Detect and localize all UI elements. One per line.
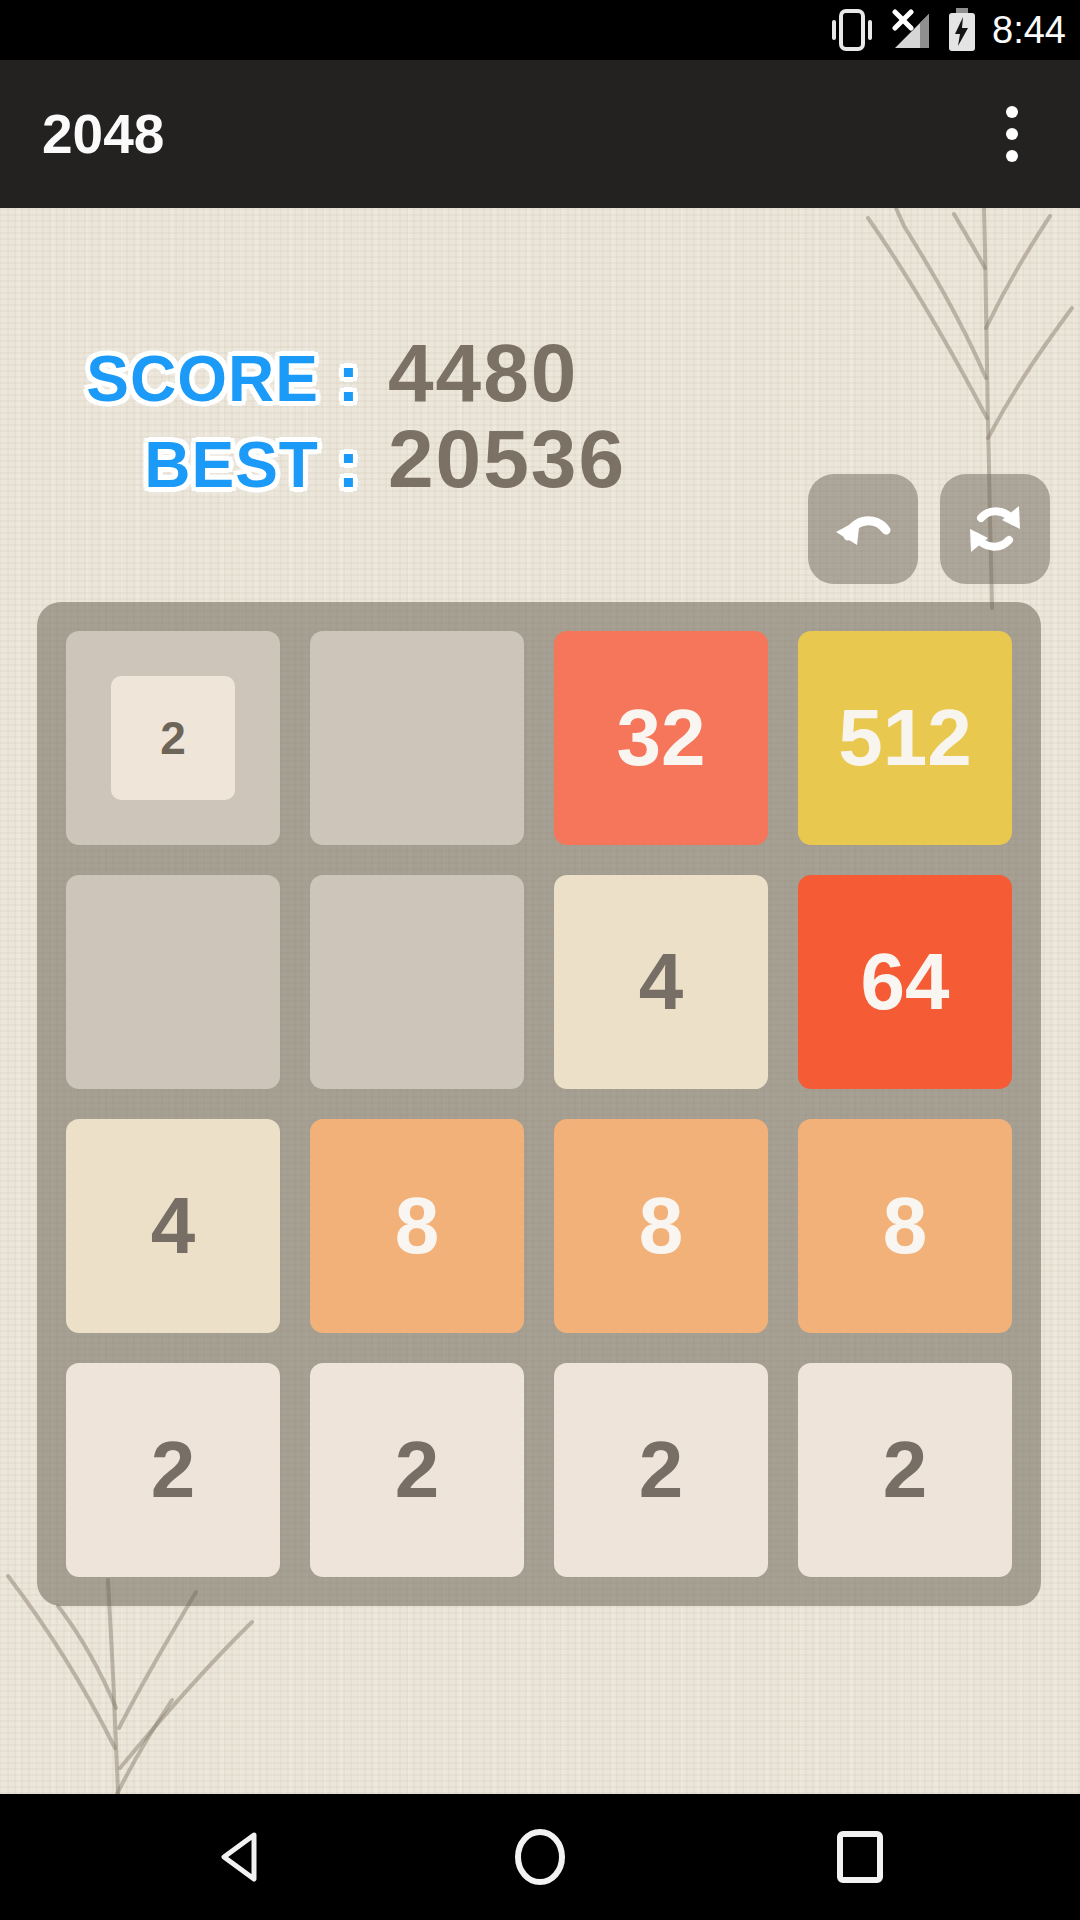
cell-r1c2-empty xyxy=(310,631,524,845)
home-button[interactable] xyxy=(460,1794,620,1920)
best-row: BEST : 20536 xyxy=(40,412,626,498)
phone-screen: 8:44 2048 SCORE : 4480 xyxy=(0,0,1080,1920)
score-row: SCORE : 4480 xyxy=(40,326,626,412)
tile-r3c3: 8 xyxy=(554,1119,768,1333)
undo-button[interactable] xyxy=(808,474,918,584)
score-label: SCORE : xyxy=(40,342,360,416)
battery-charging-icon xyxy=(948,8,976,52)
best-value: 20536 xyxy=(388,412,626,506)
back-icon xyxy=(214,1829,266,1885)
tile-r2c4: 64 xyxy=(798,875,1012,1089)
tile-r4c1: 2 xyxy=(66,1363,280,1577)
restart-button[interactable] xyxy=(940,474,1050,584)
recents-button[interactable] xyxy=(780,1794,940,1920)
app-bar: 2048 xyxy=(0,60,1080,208)
tile-r4c4: 2 xyxy=(798,1363,1012,1577)
tile-r1c1-new: 2 xyxy=(66,631,280,845)
scoreboard: SCORE : 4480 BEST : 20536 xyxy=(40,326,626,498)
no-signal-icon xyxy=(890,9,932,51)
restart-icon xyxy=(962,496,1028,562)
home-icon xyxy=(512,1829,568,1885)
tile-r3c2: 8 xyxy=(310,1119,524,1333)
tile-r2c3: 4 xyxy=(554,875,768,1089)
tile-r4c2: 2 xyxy=(310,1363,524,1577)
controls xyxy=(808,474,1050,584)
tile-r1c4: 512 xyxy=(798,631,1012,845)
overflow-menu-icon[interactable] xyxy=(982,60,1042,208)
back-button[interactable] xyxy=(160,1794,320,1920)
cell-r2c1-empty xyxy=(66,875,280,1089)
status-clock: 8:44 xyxy=(992,0,1066,60)
tile-r4c3: 2 xyxy=(554,1363,768,1577)
tile-r1c1-value: 2 xyxy=(111,676,235,800)
undo-icon xyxy=(830,496,896,562)
vibrate-icon xyxy=(830,9,874,51)
tile-r3c4: 8 xyxy=(798,1119,1012,1333)
board-grid[interactable]: 2 32 512 4 64 4 8 8 8 2 2 2 2 xyxy=(37,602,1041,1606)
best-label: BEST : xyxy=(40,428,360,502)
recents-icon xyxy=(834,1829,886,1885)
cell-r2c2-empty xyxy=(310,875,524,1089)
score-value: 4480 xyxy=(388,326,578,420)
tile-r1c3: 32 xyxy=(554,631,768,845)
status-bar: 8:44 xyxy=(0,0,1080,60)
tile-r3c1: 4 xyxy=(66,1119,280,1333)
app-title: 2048 xyxy=(42,102,164,166)
navigation-bar xyxy=(0,1794,1080,1920)
game-area: SCORE : 4480 BEST : 20536 xyxy=(0,208,1080,1794)
